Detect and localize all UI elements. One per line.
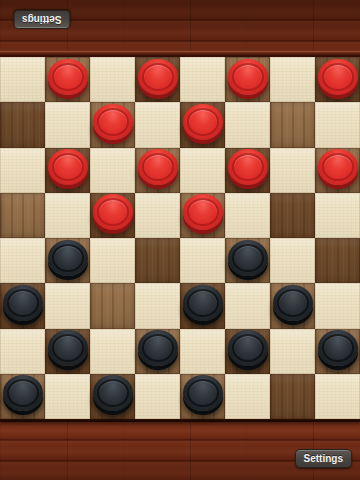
red-piece[interactable] xyxy=(93,104,133,140)
square-1[interactable] xyxy=(45,57,90,102)
red-piece[interactable] xyxy=(48,59,88,95)
black-piece[interactable] xyxy=(48,240,88,276)
black-piece[interactable] xyxy=(3,375,43,411)
light-square-r1c5 xyxy=(225,102,270,147)
square-11[interactable] xyxy=(225,148,270,193)
black-piece[interactable] xyxy=(93,375,133,411)
red-piece[interactable] xyxy=(183,194,223,230)
light-square-r2c6 xyxy=(270,148,315,193)
square-15[interactable] xyxy=(180,193,225,238)
square-9[interactable] xyxy=(45,148,90,193)
board-edge-bottom xyxy=(0,419,360,422)
light-square-r6c6 xyxy=(270,329,315,374)
light-square-r7c7 xyxy=(315,374,360,419)
light-square-r4c2 xyxy=(90,238,135,283)
light-square-r2c0 xyxy=(0,148,45,193)
square-25[interactable] xyxy=(45,329,90,374)
light-square-r6c0 xyxy=(0,329,45,374)
square-21[interactable] xyxy=(0,283,45,328)
square-27[interactable] xyxy=(225,329,270,374)
square-3[interactable] xyxy=(225,57,270,102)
light-square-r5c3 xyxy=(135,283,180,328)
square-16[interactable] xyxy=(270,193,315,238)
square-5[interactable] xyxy=(0,102,45,147)
light-square-r3c3 xyxy=(135,193,180,238)
square-20[interactable] xyxy=(315,238,360,283)
red-piece[interactable] xyxy=(228,59,268,95)
light-square-r6c4 xyxy=(180,329,225,374)
red-piece[interactable] xyxy=(93,194,133,230)
square-26[interactable] xyxy=(135,329,180,374)
light-square-r7c3 xyxy=(135,374,180,419)
black-piece[interactable] xyxy=(228,240,268,276)
square-22[interactable] xyxy=(90,283,135,328)
square-29[interactable] xyxy=(0,374,45,419)
light-square-r4c4 xyxy=(180,238,225,283)
square-2[interactable] xyxy=(135,57,180,102)
black-piece[interactable] xyxy=(138,330,178,366)
square-14[interactable] xyxy=(90,193,135,238)
checkers-board xyxy=(0,51,360,422)
square-23[interactable] xyxy=(180,283,225,328)
light-square-r0c6 xyxy=(270,57,315,102)
square-8[interactable] xyxy=(270,102,315,147)
light-square-r7c1 xyxy=(45,374,90,419)
light-square-r1c7 xyxy=(315,102,360,147)
square-4[interactable] xyxy=(315,57,360,102)
light-square-r0c4 xyxy=(180,57,225,102)
square-28[interactable] xyxy=(315,329,360,374)
light-square-r5c5 xyxy=(225,283,270,328)
black-piece[interactable] xyxy=(183,285,223,321)
red-piece[interactable] xyxy=(138,59,178,95)
square-30[interactable] xyxy=(90,374,135,419)
light-square-r1c3 xyxy=(135,102,180,147)
red-piece[interactable] xyxy=(318,149,358,185)
light-square-r4c6 xyxy=(270,238,315,283)
red-piece[interactable] xyxy=(183,104,223,140)
light-square-r3c1 xyxy=(45,193,90,238)
red-piece[interactable] xyxy=(48,149,88,185)
light-square-r2c2 xyxy=(90,148,135,193)
light-square-r0c0 xyxy=(0,57,45,102)
square-18[interactable] xyxy=(135,238,180,283)
square-32[interactable] xyxy=(270,374,315,419)
light-square-r3c5 xyxy=(225,193,270,238)
light-square-r2c4 xyxy=(180,148,225,193)
light-square-r5c7 xyxy=(315,283,360,328)
light-square-r6c2 xyxy=(90,329,135,374)
square-19[interactable] xyxy=(225,238,270,283)
square-31[interactable] xyxy=(180,374,225,419)
light-square-r1c1 xyxy=(45,102,90,147)
square-24[interactable] xyxy=(270,283,315,328)
red-piece[interactable] xyxy=(228,149,268,185)
light-square-r3c7 xyxy=(315,193,360,238)
square-6[interactable] xyxy=(90,102,135,147)
black-piece[interactable] xyxy=(183,375,223,411)
black-piece[interactable] xyxy=(318,330,358,366)
square-7[interactable] xyxy=(180,102,225,147)
board-grid xyxy=(0,57,360,419)
settings-button-bottom[interactable]: Settings xyxy=(295,449,352,468)
square-10[interactable] xyxy=(135,148,180,193)
black-piece[interactable] xyxy=(273,285,313,321)
light-square-r5c1 xyxy=(45,283,90,328)
black-piece[interactable] xyxy=(228,330,268,366)
light-square-r4c0 xyxy=(0,238,45,283)
black-piece[interactable] xyxy=(48,330,88,366)
square-12[interactable] xyxy=(315,148,360,193)
red-piece[interactable] xyxy=(318,59,358,95)
square-17[interactable] xyxy=(45,238,90,283)
square-13[interactable] xyxy=(0,193,45,238)
light-square-r0c2 xyxy=(90,57,135,102)
settings-button-top[interactable]: Settings xyxy=(13,10,70,29)
black-piece[interactable] xyxy=(3,285,43,321)
light-square-r7c5 xyxy=(225,374,270,419)
red-piece[interactable] xyxy=(138,149,178,185)
